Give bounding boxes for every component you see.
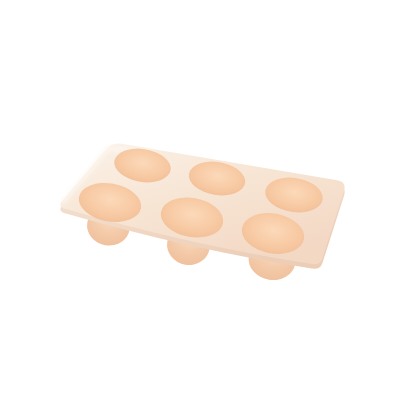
muffin-mold-image: Light peach silicone muffin baking mould…: [0, 0, 409, 409]
product-photo-stage: Light peach silicone muffin baking mould…: [0, 0, 409, 409]
